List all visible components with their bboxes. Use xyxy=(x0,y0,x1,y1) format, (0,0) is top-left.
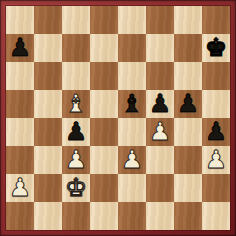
square-c3[interactable]: ♟ xyxy=(62,146,90,174)
square-a3[interactable] xyxy=(6,146,34,174)
square-h4[interactable]: ♟ xyxy=(202,118,230,146)
black-bishop-e5: ♝ xyxy=(121,90,143,118)
white-pawn-e3: ♟ xyxy=(121,146,143,174)
square-f7[interactable] xyxy=(146,34,174,62)
square-b6[interactable] xyxy=(34,62,62,90)
square-e5[interactable]: ♝ xyxy=(118,90,146,118)
square-e1[interactable] xyxy=(118,202,146,230)
square-e4[interactable] xyxy=(118,118,146,146)
white-pawn-h3: ♟ xyxy=(205,146,227,174)
square-c8[interactable] xyxy=(62,6,90,34)
square-g6[interactable] xyxy=(174,62,202,90)
square-e2[interactable] xyxy=(118,174,146,202)
chess-board-frame: ♟♚♝♝♟♟♟♟♟♟♟♟♟♚ xyxy=(0,0,236,236)
square-d2[interactable] xyxy=(90,174,118,202)
black-pawn-c4: ♟ xyxy=(65,118,87,146)
square-g7[interactable] xyxy=(174,34,202,62)
square-a4[interactable] xyxy=(6,118,34,146)
square-h3[interactable]: ♟ xyxy=(202,146,230,174)
square-c5[interactable]: ♝ xyxy=(62,90,90,118)
square-b4[interactable] xyxy=(34,118,62,146)
black-king-h7: ♚ xyxy=(205,34,227,62)
white-pawn-f4: ♟ xyxy=(149,118,171,146)
square-d1[interactable] xyxy=(90,202,118,230)
square-e3[interactable]: ♟ xyxy=(118,146,146,174)
chess-board: ♟♚♝♝♟♟♟♟♟♟♟♟♟♚ xyxy=(6,6,230,230)
square-h2[interactable] xyxy=(202,174,230,202)
square-b1[interactable] xyxy=(34,202,62,230)
square-f6[interactable] xyxy=(146,62,174,90)
square-b5[interactable] xyxy=(34,90,62,118)
square-b8[interactable] xyxy=(34,6,62,34)
square-d7[interactable] xyxy=(90,34,118,62)
square-a1[interactable] xyxy=(6,202,34,230)
square-a6[interactable] xyxy=(6,62,34,90)
square-f4[interactable]: ♟ xyxy=(146,118,174,146)
square-h5[interactable] xyxy=(202,90,230,118)
square-a2[interactable]: ♟ xyxy=(6,174,34,202)
square-b3[interactable] xyxy=(34,146,62,174)
square-h7[interactable]: ♚ xyxy=(202,34,230,62)
square-f3[interactable] xyxy=(146,146,174,174)
square-f8[interactable] xyxy=(146,6,174,34)
square-c4[interactable]: ♟ xyxy=(62,118,90,146)
square-c2[interactable]: ♚ xyxy=(62,174,90,202)
square-d8[interactable] xyxy=(90,6,118,34)
square-g4[interactable] xyxy=(174,118,202,146)
square-h6[interactable] xyxy=(202,62,230,90)
square-b2[interactable] xyxy=(34,174,62,202)
white-pawn-c3: ♟ xyxy=(65,146,87,174)
square-c1[interactable] xyxy=(62,202,90,230)
square-d3[interactable] xyxy=(90,146,118,174)
black-pawn-f5: ♟ xyxy=(149,90,171,118)
black-pawn-a7: ♟ xyxy=(9,34,31,62)
square-a8[interactable] xyxy=(6,6,34,34)
square-d5[interactable] xyxy=(90,90,118,118)
white-king-c2: ♚ xyxy=(65,174,87,202)
square-g1[interactable] xyxy=(174,202,202,230)
square-d6[interactable] xyxy=(90,62,118,90)
white-pawn-a2: ♟ xyxy=(9,174,31,202)
square-e6[interactable] xyxy=(118,62,146,90)
square-e7[interactable] xyxy=(118,34,146,62)
black-pawn-g5: ♟ xyxy=(177,90,199,118)
square-h8[interactable] xyxy=(202,6,230,34)
square-f1[interactable] xyxy=(146,202,174,230)
square-e8[interactable] xyxy=(118,6,146,34)
square-f2[interactable] xyxy=(146,174,174,202)
square-c6[interactable] xyxy=(62,62,90,90)
square-h1[interactable] xyxy=(202,202,230,230)
black-pawn-h4: ♟ xyxy=(205,118,227,146)
square-f5[interactable]: ♟ xyxy=(146,90,174,118)
white-bishop-c5: ♝ xyxy=(65,90,87,118)
square-g2[interactable] xyxy=(174,174,202,202)
square-b7[interactable] xyxy=(34,34,62,62)
square-c7[interactable] xyxy=(62,34,90,62)
square-a7[interactable]: ♟ xyxy=(6,34,34,62)
square-g8[interactable] xyxy=(174,6,202,34)
square-g5[interactable]: ♟ xyxy=(174,90,202,118)
square-a5[interactable] xyxy=(6,90,34,118)
square-g3[interactable] xyxy=(174,146,202,174)
square-d4[interactable] xyxy=(90,118,118,146)
